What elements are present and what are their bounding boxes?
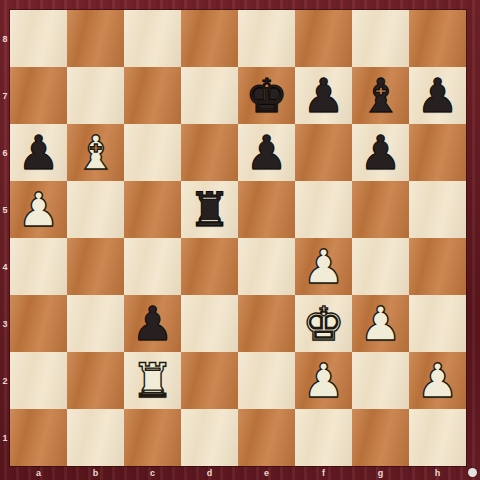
square-d6[interactable] [181, 124, 238, 181]
square-e2[interactable] [238, 352, 295, 409]
rank-label-5: 5 [0, 181, 10, 238]
square-g8[interactable] [352, 10, 409, 67]
square-b6[interactable]: ♝ [67, 124, 124, 181]
square-d1[interactable] [181, 409, 238, 466]
black-bishop-piece[interactable]: ♝ [352, 67, 409, 124]
square-h5[interactable] [409, 181, 466, 238]
square-h6[interactable] [409, 124, 466, 181]
square-f5[interactable] [295, 181, 352, 238]
square-e1[interactable] [238, 409, 295, 466]
rank-label-7: 7 [0, 67, 10, 124]
square-g1[interactable] [352, 409, 409, 466]
square-h4[interactable] [409, 238, 466, 295]
white-pawn-piece[interactable]: ♟ [352, 295, 409, 352]
rank-label-4: 4 [0, 238, 10, 295]
square-d3[interactable] [181, 295, 238, 352]
square-c3[interactable]: ♟ [124, 295, 181, 352]
square-d5[interactable]: ♜ [181, 181, 238, 238]
file-label-b: b [67, 466, 124, 480]
file-label-c: c [124, 466, 181, 480]
square-f8[interactable] [295, 10, 352, 67]
square-h2[interactable]: ♟ [409, 352, 466, 409]
square-g3[interactable]: ♟ [352, 295, 409, 352]
file-label-e: e [238, 466, 295, 480]
white-to-move-indicator-icon [468, 468, 477, 477]
file-label-g: g [352, 466, 409, 480]
square-f2[interactable]: ♟ [295, 352, 352, 409]
black-rook-piece[interactable]: ♜ [181, 181, 238, 238]
black-pawn-piece[interactable]: ♟ [10, 124, 67, 181]
white-pawn-piece[interactable]: ♟ [10, 181, 67, 238]
square-c1[interactable] [124, 409, 181, 466]
square-f1[interactable] [295, 409, 352, 466]
file-label-d: d [181, 466, 238, 480]
square-h8[interactable] [409, 10, 466, 67]
square-f6[interactable] [295, 124, 352, 181]
square-b1[interactable] [67, 409, 124, 466]
square-a4[interactable] [10, 238, 67, 295]
black-pawn-piece[interactable]: ♟ [238, 124, 295, 181]
square-g5[interactable] [352, 181, 409, 238]
square-g2[interactable] [352, 352, 409, 409]
square-h1[interactable] [409, 409, 466, 466]
white-pawn-piece[interactable]: ♟ [409, 352, 466, 409]
black-pawn-piece[interactable]: ♟ [295, 67, 352, 124]
black-pawn-piece[interactable]: ♟ [409, 67, 466, 124]
square-b5[interactable] [67, 181, 124, 238]
square-g7[interactable]: ♝ [352, 67, 409, 124]
square-e5[interactable] [238, 181, 295, 238]
square-d8[interactable] [181, 10, 238, 67]
square-d4[interactable] [181, 238, 238, 295]
square-c8[interactable] [124, 10, 181, 67]
square-a7[interactable] [10, 67, 67, 124]
square-a2[interactable] [10, 352, 67, 409]
square-e7[interactable]: ♚ [238, 67, 295, 124]
square-a1[interactable] [10, 409, 67, 466]
file-label-a: a [10, 466, 67, 480]
board-frame: ♚♟♝♟♟♝♟♟♟♜♟♟♚♟♜♟♟ 87654321abcdefgh [0, 0, 480, 480]
square-b3[interactable] [67, 295, 124, 352]
board: ♚♟♝♟♟♝♟♟♟♜♟♟♚♟♜♟♟ [10, 10, 466, 466]
white-pawn-piece[interactable]: ♟ [295, 352, 352, 409]
black-pawn-piece[interactable]: ♟ [352, 124, 409, 181]
square-a3[interactable] [10, 295, 67, 352]
square-c2[interactable]: ♜ [124, 352, 181, 409]
square-e8[interactable] [238, 10, 295, 67]
white-bishop-piece[interactable]: ♝ [67, 124, 124, 181]
square-g4[interactable] [352, 238, 409, 295]
white-pawn-piece[interactable]: ♟ [295, 238, 352, 295]
square-b7[interactable] [67, 67, 124, 124]
white-rook-piece[interactable]: ♜ [124, 352, 181, 409]
square-e6[interactable]: ♟ [238, 124, 295, 181]
square-h3[interactable] [409, 295, 466, 352]
square-f7[interactable]: ♟ [295, 67, 352, 124]
square-b2[interactable] [67, 352, 124, 409]
square-d2[interactable] [181, 352, 238, 409]
file-label-f: f [295, 466, 352, 480]
square-c5[interactable] [124, 181, 181, 238]
square-c7[interactable] [124, 67, 181, 124]
square-a6[interactable]: ♟ [10, 124, 67, 181]
square-c6[interactable] [124, 124, 181, 181]
square-c4[interactable] [124, 238, 181, 295]
square-f3[interactable]: ♚ [295, 295, 352, 352]
white-king-piece[interactable]: ♚ [295, 295, 352, 352]
square-g6[interactable]: ♟ [352, 124, 409, 181]
file-label-h: h [409, 466, 466, 480]
rank-label-6: 6 [0, 124, 10, 181]
square-b4[interactable] [67, 238, 124, 295]
square-b8[interactable] [67, 10, 124, 67]
square-f4[interactable]: ♟ [295, 238, 352, 295]
black-king-piece[interactable]: ♚ [238, 67, 295, 124]
square-a5[interactable]: ♟ [10, 181, 67, 238]
black-pawn-piece[interactable]: ♟ [124, 295, 181, 352]
square-e4[interactable] [238, 238, 295, 295]
square-a8[interactable] [10, 10, 67, 67]
rank-label-1: 1 [0, 409, 10, 466]
square-h7[interactable]: ♟ [409, 67, 466, 124]
square-e3[interactable] [238, 295, 295, 352]
square-d7[interactable] [181, 67, 238, 124]
rank-label-2: 2 [0, 352, 10, 409]
rank-label-3: 3 [0, 295, 10, 352]
rank-label-8: 8 [0, 10, 10, 67]
